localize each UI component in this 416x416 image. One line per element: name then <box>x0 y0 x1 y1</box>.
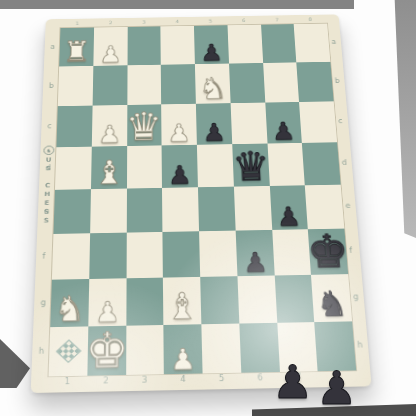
square-e2[interactable] <box>90 189 127 234</box>
square-c1[interactable] <box>56 106 92 148</box>
square-g2[interactable]: ♟ <box>88 278 126 326</box>
square-h3[interactable] <box>126 325 164 375</box>
square-b6[interactable] <box>229 63 265 103</box>
square-a4[interactable] <box>161 26 195 65</box>
piece-black-knight-g8[interactable]: ♞ <box>315 288 348 321</box>
square-f1[interactable] <box>52 233 90 279</box>
square-f3[interactable] <box>126 232 163 278</box>
rank-label-top-8: 8 <box>308 16 312 22</box>
rank-label-top-6: 6 <box>242 17 246 23</box>
piece-white-pawn-h4[interactable]: ♟ <box>170 345 196 373</box>
square-e5[interactable] <box>198 187 235 232</box>
square-g7[interactable] <box>274 275 314 323</box>
square-d4[interactable]: ♟ <box>162 145 198 188</box>
piece-white-king-h2[interactable]: ♚ <box>85 327 129 375</box>
piece-black-pawn-d4[interactable]: ♟ <box>168 163 192 187</box>
piece-black-pawn-c5[interactable]: ♟ <box>202 120 226 144</box>
file-label-right-a: a <box>331 39 336 45</box>
piece-white-knight-b5[interactable]: ♞ <box>198 75 227 103</box>
rank-label-top-5: 5 <box>209 18 213 24</box>
square-f6[interactable]: ♟ <box>235 230 274 276</box>
square-a2[interactable]: ♟ <box>93 27 127 66</box>
square-f4[interactable] <box>163 231 201 277</box>
square-g8[interactable]: ♞ <box>311 274 352 322</box>
rank-label-bottom-2: 2 <box>103 377 109 385</box>
square-c7[interactable]: ♟ <box>265 102 302 144</box>
square-c2[interactable]: ♟ <box>92 105 127 147</box>
file-label-left-g: g <box>40 300 46 308</box>
rank-label-bottom-1: 1 <box>64 378 70 386</box>
square-c6[interactable] <box>230 103 267 145</box>
square-h5[interactable] <box>201 324 241 374</box>
square-b2[interactable] <box>92 65 127 105</box>
file-label-left-c: c <box>47 123 52 130</box>
rank-label-top-4: 4 <box>175 19 179 25</box>
captured-piece-black-pawn[interactable]: ♟ <box>272 362 313 415</box>
square-h4[interactable]: ♟ <box>164 324 203 374</box>
file-label-right-f: f <box>349 247 353 254</box>
piece-white-knight-g1[interactable]: ♞ <box>54 293 86 327</box>
square-g3[interactable] <box>126 278 164 326</box>
square-g6[interactable] <box>237 276 277 324</box>
board-grid: ♜♟♟♞♟♛♟♟♟♝♟♛♟♟♚♞♟♝♞♚♟ <box>49 24 357 377</box>
captured-piece-black-pawn[interactable]: ♟ <box>316 368 357 415</box>
rank-label-top-3: 3 <box>142 19 146 25</box>
background-right-shadow <box>390 0 416 238</box>
file-label-left-d: d <box>46 165 51 172</box>
file-label-right-b: b <box>335 78 340 84</box>
piece-black-pawn-e7[interactable]: ♟ <box>276 204 302 229</box>
square-f2[interactable] <box>89 233 126 279</box>
square-e8[interactable] <box>305 185 344 230</box>
square-a8[interactable] <box>294 24 330 63</box>
piece-black-queen-d6[interactable]: ♛ <box>231 147 270 185</box>
rank-label-bottom-5: 5 <box>219 375 225 383</box>
rank-label-top-7: 7 <box>275 17 279 23</box>
square-b8[interactable] <box>297 62 334 102</box>
piece-white-bishop-d2[interactable]: ♝ <box>93 157 124 188</box>
us-chess-branding: ♞ US CHESS <box>39 146 55 227</box>
piece-white-bishop-g4[interactable]: ♝ <box>166 289 199 324</box>
square-f5[interactable] <box>199 231 237 277</box>
square-e3[interactable] <box>126 188 162 233</box>
rank-label-top-2: 2 <box>109 20 113 26</box>
square-d1[interactable] <box>55 147 92 190</box>
square-h1[interactable] <box>49 326 88 376</box>
square-b5[interactable]: ♞ <box>195 64 230 104</box>
square-g4[interactable]: ♝ <box>163 277 201 325</box>
piece-black-pawn-f6[interactable]: ♟ <box>242 249 268 275</box>
background-bottom-left-shadow <box>0 336 30 388</box>
piece-white-pawn-a2[interactable]: ♟ <box>99 43 122 65</box>
file-label-right-d: d <box>342 160 348 167</box>
square-b1[interactable] <box>58 66 93 106</box>
square-g5[interactable] <box>200 276 239 324</box>
square-a5[interactable]: ♟ <box>194 25 229 64</box>
square-b7[interactable] <box>263 62 300 102</box>
file-label-left-f: f <box>42 253 45 260</box>
rank-label-bottom-3: 3 <box>142 377 148 385</box>
rank-label-top-1: 1 <box>75 20 79 26</box>
square-b3[interactable] <box>127 65 162 105</box>
us-chess-diamond-logo <box>56 339 82 363</box>
coordinate-labels: aabbccddeeffgghh1122334455667788 <box>46 14 339 19</box>
square-a6[interactable] <box>227 25 262 64</box>
square-d7[interactable] <box>267 143 305 186</box>
piece-black-pawn-c7[interactable]: ♟ <box>272 119 297 142</box>
square-d3[interactable] <box>126 145 162 188</box>
square-e6[interactable] <box>234 186 272 231</box>
square-g1[interactable]: ♞ <box>50 279 89 327</box>
square-b4[interactable] <box>161 64 196 104</box>
piece-black-king-f8[interactable]: ♚ <box>306 230 351 274</box>
square-a7[interactable] <box>261 24 297 63</box>
piece-white-pawn-g2[interactable]: ♟ <box>94 298 119 325</box>
square-a3[interactable] <box>127 26 161 65</box>
square-f8[interactable]: ♚ <box>308 229 348 275</box>
square-d2[interactable]: ♝ <box>91 146 127 189</box>
file-label-right-e: e <box>345 203 351 210</box>
square-c3[interactable]: ♛ <box>127 104 162 146</box>
square-d6[interactable]: ♛ <box>232 144 269 187</box>
square-d5[interactable] <box>197 144 234 187</box>
rank-label-bottom-6: 6 <box>257 374 263 382</box>
piece-white-rook-a1[interactable]: ♜ <box>62 39 90 66</box>
square-a1[interactable]: ♜ <box>59 28 94 67</box>
file-label-right-g: g <box>353 294 359 302</box>
chess-board: ♞ US CHESS ♜♟♟♞♟♛♟♟♟♝♟♛♟♟♚♞♟♝♞♚♟ aabbccd… <box>31 14 372 393</box>
rank-label-bottom-4: 4 <box>180 376 186 384</box>
square-f7[interactable] <box>272 229 311 275</box>
piece-white-pawn-c2[interactable]: ♟ <box>97 122 121 146</box>
square-e1[interactable] <box>53 189 90 234</box>
piece-white-pawn-c4[interactable]: ♟ <box>167 121 191 145</box>
piece-black-pawn-a5[interactable]: ♟ <box>200 41 223 63</box>
us-chess-logo-icon: ♞ <box>43 146 54 155</box>
square-c4[interactable]: ♟ <box>161 104 197 146</box>
file-label-left-a: a <box>50 44 55 50</box>
board-scene: ♞ US CHESS ♜♟♟♞♟♛♟♟♟♝♟♛♟♟♚♞♟♝♞♚♟ aabbccd… <box>39 0 354 403</box>
square-d8[interactable] <box>302 142 341 185</box>
file-label-right-c: c <box>338 118 343 125</box>
square-c5[interactable]: ♟ <box>196 103 232 145</box>
photo-of-chess-game: { "game": "chess", "position": { "fen": … <box>0 0 416 416</box>
square-e7[interactable]: ♟ <box>269 185 308 230</box>
file-label-right-h: h <box>357 342 363 350</box>
piece-white-queen-c3[interactable]: ♛ <box>126 108 163 145</box>
square-e4[interactable] <box>162 187 199 232</box>
square-h2[interactable]: ♚ <box>87 326 126 376</box>
file-label-left-h: h <box>39 348 45 356</box>
square-c8[interactable] <box>299 101 337 143</box>
file-label-left-b: b <box>49 83 54 89</box>
